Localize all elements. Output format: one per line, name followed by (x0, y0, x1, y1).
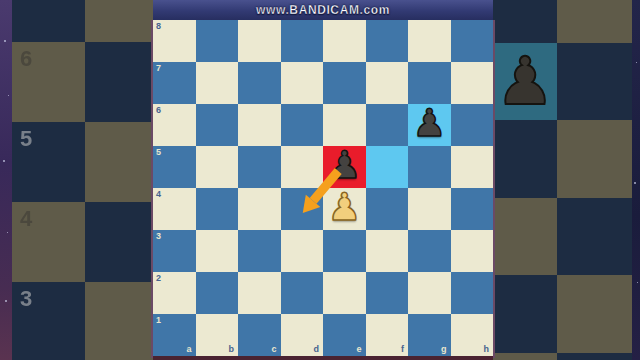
background-black-pawn-icon: ♟ (493, 43, 557, 120)
square-c3[interactable] (238, 230, 281, 272)
square-e1[interactable]: e (323, 314, 366, 356)
square-h8[interactable] (451, 20, 494, 62)
square-f3[interactable] (366, 230, 409, 272)
background-square (557, 275, 632, 353)
square-g6[interactable]: ♟ (408, 104, 451, 146)
square-a7[interactable]: 7 (153, 62, 196, 104)
background-square (493, 353, 557, 360)
background-square (557, 120, 632, 198)
space-strip-right (632, 0, 640, 360)
square-d1[interactable]: d (281, 314, 324, 356)
square-b2[interactable] (196, 272, 239, 314)
background-square (85, 42, 153, 122)
star-dot (5, 300, 7, 302)
background-square (493, 198, 557, 275)
square-c5[interactable] (238, 146, 281, 188)
star-dot (636, 62, 637, 63)
square-c1[interactable]: c (238, 314, 281, 356)
bandicam-watermark-text: www.BANDICAM.com (256, 3, 390, 17)
square-g2[interactable] (408, 272, 451, 314)
square-h2[interactable] (451, 272, 494, 314)
background-rank-label: 4 (20, 206, 32, 232)
file-label-h: h (484, 345, 490, 354)
square-h1[interactable]: h (451, 314, 494, 356)
background-square (557, 0, 632, 43)
file-label-d: d (314, 345, 320, 354)
square-e2[interactable] (323, 272, 366, 314)
star-dot (8, 95, 9, 96)
bandicam-watermark-bar: www.BANDICAM.com (153, 0, 493, 21)
rank-label-1: 1 (156, 316, 161, 325)
square-c7[interactable] (238, 62, 281, 104)
rank-label-5: 5 (156, 148, 161, 157)
square-a2[interactable]: 2 (153, 272, 196, 314)
square-d5[interactable] (281, 146, 324, 188)
background-square (12, 0, 85, 42)
square-d7[interactable] (281, 62, 324, 104)
square-f8[interactable] (366, 20, 409, 62)
square-g8[interactable] (408, 20, 451, 62)
white-pawn-e4[interactable]: ♟ (327, 186, 361, 228)
square-a3[interactable]: 3 (153, 230, 196, 272)
square-g5[interactable] (408, 146, 451, 188)
square-c2[interactable] (238, 272, 281, 314)
square-c4[interactable] (238, 188, 281, 230)
black-pawn-e5[interactable]: ♟ (327, 144, 361, 186)
square-a5[interactable]: 5 (153, 146, 196, 188)
background-square (85, 282, 153, 360)
background-square (493, 120, 557, 198)
background-square: 5 (12, 122, 85, 202)
square-d3[interactable] (281, 230, 324, 272)
square-h6[interactable] (451, 104, 494, 146)
square-d4[interactable] (281, 188, 324, 230)
background-square (557, 43, 632, 120)
square-h3[interactable] (451, 230, 494, 272)
star-dot (7, 232, 8, 233)
rank-label-2: 2 (156, 274, 161, 283)
square-e4[interactable]: ♟ (323, 188, 366, 230)
square-b3[interactable] (196, 230, 239, 272)
star-dot (634, 182, 636, 184)
square-a4[interactable]: 4 (153, 188, 196, 230)
file-label-f: f (401, 345, 404, 354)
square-f4[interactable] (366, 188, 409, 230)
square-g3[interactable] (408, 230, 451, 272)
square-b6[interactable] (196, 104, 239, 146)
square-a8[interactable]: 8 (153, 20, 196, 62)
square-e8[interactable] (323, 20, 366, 62)
file-label-a: a (186, 345, 191, 354)
background-rank-label: 5 (20, 126, 32, 152)
square-g7[interactable] (408, 62, 451, 104)
square-b4[interactable] (196, 188, 239, 230)
background-square: 3 (12, 282, 85, 360)
star-dot (4, 40, 6, 42)
square-e7[interactable] (323, 62, 366, 104)
file-label-b: b (229, 345, 235, 354)
square-h4[interactable] (451, 188, 494, 230)
background-square: 6 (12, 42, 85, 122)
rank-label-8: 8 (156, 22, 161, 31)
square-b1[interactable]: b (196, 314, 239, 356)
square-c6[interactable] (238, 104, 281, 146)
background-square (557, 353, 632, 360)
rank-label-6: 6 (156, 106, 161, 115)
file-label-g: g (441, 345, 447, 354)
background-square (493, 0, 557, 43)
background-square: 4 (12, 202, 85, 282)
star-dot (3, 160, 5, 162)
square-h7[interactable] (451, 62, 494, 104)
square-a1[interactable]: 1a (153, 314, 196, 356)
square-f5[interactable] (366, 146, 409, 188)
square-d6[interactable] (281, 104, 324, 146)
background-square (85, 202, 153, 282)
black-pawn-g6[interactable]: ♟ (412, 102, 446, 144)
space-strip-left (0, 0, 12, 360)
chess-board[interactable]: 876♟5♟4♟321abcdefgh (151, 20, 495, 358)
file-label-e: e (356, 345, 361, 354)
background-square (85, 122, 153, 202)
square-f7[interactable] (366, 62, 409, 104)
square-f2[interactable] (366, 272, 409, 314)
square-b7[interactable] (196, 62, 239, 104)
background-square (557, 198, 632, 275)
square-b8[interactable] (196, 20, 239, 62)
square-d8[interactable] (281, 20, 324, 62)
background-square (493, 275, 557, 353)
square-g1[interactable]: g (408, 314, 451, 356)
square-g4[interactable] (408, 188, 451, 230)
video-frame: 6543 ♟ www.BANDICAM.com 876♟5♟4♟321abcde… (0, 0, 640, 360)
square-f1[interactable]: f (366, 314, 409, 356)
square-e5[interactable]: ♟ (323, 146, 366, 188)
file-label-c: c (271, 345, 276, 354)
square-c8[interactable] (238, 20, 281, 62)
square-e6[interactable] (323, 104, 366, 146)
square-a6[interactable]: 6 (153, 104, 196, 146)
square-e3[interactable] (323, 230, 366, 272)
bottom-edge-strip (153, 356, 493, 360)
square-b5[interactable] (196, 146, 239, 188)
star-dot (637, 282, 638, 283)
rank-label-3: 3 (156, 232, 161, 241)
square-f6[interactable] (366, 104, 409, 146)
square-d2[interactable] (281, 272, 324, 314)
square-h5[interactable] (451, 146, 494, 188)
rank-label-4: 4 (156, 190, 161, 199)
background-rank-label: 3 (20, 286, 32, 312)
rank-label-7: 7 (156, 64, 161, 73)
background-square (85, 0, 153, 42)
background-rank-label: 6 (20, 46, 32, 72)
